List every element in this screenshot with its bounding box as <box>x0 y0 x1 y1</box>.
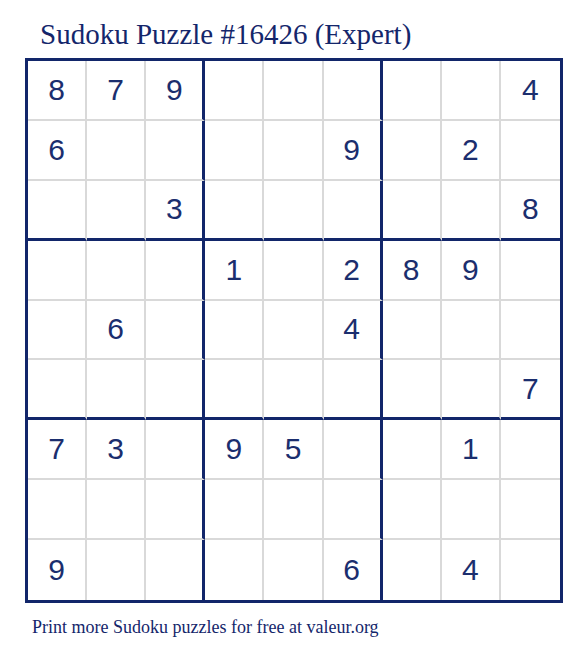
sudoku-cell[interactable] <box>324 480 383 540</box>
sudoku-cell[interactable] <box>205 540 264 600</box>
sudoku-cell[interactable] <box>383 360 442 420</box>
sudoku-cell[interactable] <box>87 540 146 600</box>
sudoku-cell[interactable] <box>501 420 560 480</box>
sudoku-cell[interactable] <box>383 420 442 480</box>
sudoku-cell[interactable]: 1 <box>205 241 264 301</box>
sudoku-cell[interactable] <box>28 241 87 301</box>
footer-credit: Print more Sudoku puzzles for free at va… <box>32 617 379 638</box>
sudoku-cell[interactable] <box>87 121 146 181</box>
sudoku-cell[interactable] <box>264 241 323 301</box>
sudoku-cell[interactable] <box>264 540 323 600</box>
sudoku-cell[interactable] <box>28 181 87 241</box>
sudoku-cell[interactable] <box>264 181 323 241</box>
sudoku-cell[interactable] <box>501 241 560 301</box>
sudoku-cell[interactable]: 7 <box>501 360 560 420</box>
sudoku-cell[interactable] <box>501 121 560 181</box>
sudoku-cell[interactable] <box>28 301 87 361</box>
sudoku-cell[interactable] <box>324 61 383 121</box>
sudoku-cell[interactable]: 7 <box>28 420 87 480</box>
sudoku-cell[interactable] <box>87 480 146 540</box>
sudoku-cell[interactable] <box>501 480 560 540</box>
sudoku-cell[interactable] <box>87 241 146 301</box>
sudoku-cell[interactable] <box>501 301 560 361</box>
sudoku-cell[interactable] <box>205 181 264 241</box>
sudoku-cell[interactable]: 4 <box>324 301 383 361</box>
sudoku-cell[interactable]: 9 <box>442 241 501 301</box>
sudoku-cell[interactable] <box>87 181 146 241</box>
sudoku-cell[interactable] <box>264 360 323 420</box>
sudoku-cell[interactable] <box>87 360 146 420</box>
sudoku-cell[interactable] <box>383 480 442 540</box>
sudoku-cell[interactable] <box>264 121 323 181</box>
sudoku-cell[interactable] <box>442 301 501 361</box>
sudoku-cell[interactable] <box>264 61 323 121</box>
sudoku-cell[interactable] <box>205 121 264 181</box>
sudoku-cell[interactable] <box>442 480 501 540</box>
sudoku-cell[interactable]: 3 <box>146 181 205 241</box>
sudoku-cell[interactable] <box>442 181 501 241</box>
sudoku-cell[interactable]: 8 <box>28 61 87 121</box>
sudoku-cell[interactable] <box>264 480 323 540</box>
sudoku-cell[interactable] <box>205 480 264 540</box>
sudoku-cell[interactable] <box>383 61 442 121</box>
sudoku-cell[interactable]: 2 <box>324 241 383 301</box>
sudoku-cell[interactable] <box>383 121 442 181</box>
sudoku-cell[interactable]: 6 <box>28 121 87 181</box>
sudoku-cell[interactable]: 4 <box>442 540 501 600</box>
sudoku-cell[interactable]: 9 <box>146 61 205 121</box>
sudoku-cell[interactable] <box>383 301 442 361</box>
sudoku-cell[interactable]: 7 <box>87 61 146 121</box>
sudoku-cell[interactable] <box>442 360 501 420</box>
sudoku-cell[interactable] <box>28 360 87 420</box>
sudoku-cell[interactable] <box>28 480 87 540</box>
sudoku-cell[interactable] <box>205 301 264 361</box>
sudoku-cell[interactable]: 6 <box>87 301 146 361</box>
sudoku-cell[interactable]: 4 <box>501 61 560 121</box>
sudoku-cell[interactable] <box>146 360 205 420</box>
sudoku-cell[interactable] <box>146 121 205 181</box>
sudoku-cell[interactable] <box>205 61 264 121</box>
sudoku-board: 879469238128964773951964 <box>25 58 563 603</box>
sudoku-cell[interactable]: 9 <box>28 540 87 600</box>
sudoku-cell[interactable]: 1 <box>442 420 501 480</box>
sudoku-cell[interactable] <box>146 420 205 480</box>
sudoku-cell[interactable] <box>324 360 383 420</box>
sudoku-cell[interactable] <box>383 540 442 600</box>
sudoku-cell[interactable] <box>324 181 383 241</box>
sudoku-cell[interactable]: 8 <box>383 241 442 301</box>
sudoku-cell[interactable] <box>442 61 501 121</box>
sudoku-cell[interactable]: 5 <box>264 420 323 480</box>
sudoku-cell[interactable]: 9 <box>324 121 383 181</box>
sudoku-cell[interactable] <box>146 540 205 600</box>
sudoku-cell[interactable] <box>324 420 383 480</box>
sudoku-cell[interactable] <box>146 301 205 361</box>
sudoku-cell[interactable]: 3 <box>87 420 146 480</box>
sudoku-cell[interactable] <box>146 241 205 301</box>
sudoku-cell[interactable] <box>383 181 442 241</box>
page-title: Sudoku Puzzle #16426 (Expert) <box>40 18 411 51</box>
sudoku-cell[interactable]: 8 <box>501 181 560 241</box>
sudoku-cell[interactable]: 9 <box>205 420 264 480</box>
sudoku-cell[interactable] <box>264 301 323 361</box>
sudoku-cell[interactable]: 6 <box>324 540 383 600</box>
sudoku-cell[interactable]: 2 <box>442 121 501 181</box>
sudoku-cell[interactable] <box>205 360 264 420</box>
sudoku-cell[interactable] <box>501 540 560 600</box>
sudoku-cell[interactable] <box>146 480 205 540</box>
